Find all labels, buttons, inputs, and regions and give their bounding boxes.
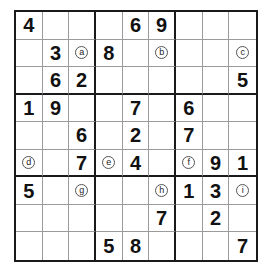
- given-digit: 5: [103, 236, 114, 256]
- given-digit: 8: [130, 236, 141, 256]
- cell-r5c6[interactable]: [149, 122, 176, 150]
- cell-r3c4[interactable]: [96, 67, 123, 95]
- cell-r1c4[interactable]: [96, 12, 123, 40]
- cell-r4c4[interactable]: [96, 95, 123, 123]
- cell-r5c5[interactable]: 2: [123, 122, 150, 150]
- cell-r1c9[interactable]: [229, 12, 256, 40]
- circled-letter-g: g: [75, 184, 88, 197]
- cell-r2c3[interactable]: a: [69, 40, 96, 68]
- cell-r5c9[interactable]: [229, 122, 256, 150]
- cell-r2c5[interactable]: [123, 40, 150, 68]
- cell-r9c7[interactable]: [176, 232, 203, 260]
- cell-r4c8[interactable]: [203, 95, 230, 123]
- given-digit: 5: [237, 70, 248, 90]
- cell-r9c9[interactable]: 7: [229, 232, 256, 260]
- cell-r7c1[interactable]: 5: [16, 177, 43, 205]
- cell-r1c6[interactable]: 9: [149, 12, 176, 40]
- cell-r3c1[interactable]: [16, 67, 43, 95]
- cell-r3c5[interactable]: [123, 67, 150, 95]
- given-digit: 5: [23, 181, 34, 201]
- cell-r4c3[interactable]: [69, 95, 96, 123]
- cell-r8c1[interactable]: [16, 205, 43, 233]
- cell-r3c2[interactable]: 6: [43, 67, 70, 95]
- cell-r8c4[interactable]: [96, 205, 123, 233]
- cell-r6c3[interactable]: 7: [69, 150, 96, 178]
- cell-r4c5[interactable]: 7: [123, 95, 150, 123]
- cell-r7c5[interactable]: [123, 177, 150, 205]
- given-digit: 7: [183, 125, 194, 145]
- cell-r5c4[interactable]: [96, 122, 123, 150]
- cell-r8c2[interactable]: [43, 205, 70, 233]
- given-digit: 4: [130, 153, 141, 173]
- cell-r9c4[interactable]: 5: [96, 232, 123, 260]
- cell-r3c6[interactable]: [149, 67, 176, 95]
- cell-r8c7[interactable]: [176, 205, 203, 233]
- cell-r2c2[interactable]: 3: [43, 40, 70, 68]
- given-digit: 7: [237, 236, 248, 256]
- cell-r9c2[interactable]: [43, 232, 70, 260]
- cell-r6c6[interactable]: [149, 150, 176, 178]
- cell-r3c3[interactable]: 2: [69, 67, 96, 95]
- given-digit: 1: [183, 181, 194, 201]
- given-digit: 6: [183, 98, 194, 118]
- cell-r8c3[interactable]: [69, 205, 96, 233]
- cell-r4c2[interactable]: 9: [43, 95, 70, 123]
- given-digit: 6: [130, 15, 141, 35]
- cell-r7c9[interactable]: i: [229, 177, 256, 205]
- cell-r5c2[interactable]: [43, 122, 70, 150]
- cell-r5c7[interactable]: 7: [176, 122, 203, 150]
- cell-r8c6[interactable]: 7: [149, 205, 176, 233]
- circled-letter-i: i: [236, 184, 249, 197]
- cell-r7c3[interactable]: g: [69, 177, 96, 205]
- cell-r6c5[interactable]: 4: [123, 150, 150, 178]
- given-digit: 9: [210, 153, 221, 173]
- cell-r3c7[interactable]: [176, 67, 203, 95]
- cell-r6c8[interactable]: 9: [203, 150, 230, 178]
- given-digit: 7: [76, 153, 87, 173]
- given-digit: 7: [130, 98, 141, 118]
- cell-r9c1[interactable]: [16, 232, 43, 260]
- cell-r6c9[interactable]: 1: [229, 150, 256, 178]
- given-digit: 8: [103, 43, 114, 63]
- given-digit: 2: [130, 125, 141, 145]
- cell-r7c4[interactable]: [96, 177, 123, 205]
- cell-r2c1[interactable]: [16, 40, 43, 68]
- given-digit: 9: [50, 98, 61, 118]
- cell-r7c2[interactable]: [43, 177, 70, 205]
- given-digit: 2: [210, 208, 221, 228]
- circled-letter-b: b: [155, 46, 168, 59]
- cell-r1c3[interactable]: [69, 12, 96, 40]
- circled-letter-f: f: [182, 156, 195, 169]
- cell-r1c5[interactable]: 6: [123, 12, 150, 40]
- cell-r4c6[interactable]: [149, 95, 176, 123]
- given-digit: 6: [50, 70, 61, 90]
- cell-r2c4[interactable]: 8: [96, 40, 123, 68]
- cell-r7c6[interactable]: h: [149, 177, 176, 205]
- given-digit: 3: [210, 181, 221, 201]
- cell-r4c1[interactable]: 1: [16, 95, 43, 123]
- cell-r9c3[interactable]: [69, 232, 96, 260]
- cell-r3c8[interactable]: [203, 67, 230, 95]
- cell-r1c8[interactable]: [203, 12, 230, 40]
- cell-r9c5[interactable]: 8: [123, 232, 150, 260]
- circled-letter-e: e: [102, 156, 115, 169]
- cell-r1c7[interactable]: [176, 12, 203, 40]
- cell-r1c1[interactable]: 4: [16, 12, 43, 40]
- cell-r5c3[interactable]: 6: [69, 122, 96, 150]
- cell-r2c9[interactable]: c: [229, 40, 256, 68]
- cell-r5c8[interactable]: [203, 122, 230, 150]
- cell-r7c7[interactable]: 1: [176, 177, 203, 205]
- cell-r2c8[interactable]: [203, 40, 230, 68]
- cell-r7c8[interactable]: 3: [203, 177, 230, 205]
- given-digit: 1: [237, 153, 248, 173]
- given-digit: 3: [50, 43, 61, 63]
- cell-r2c7[interactable]: [176, 40, 203, 68]
- cell-r2c6[interactable]: b: [149, 40, 176, 68]
- cell-r9c6[interactable]: [149, 232, 176, 260]
- given-digit: 9: [156, 15, 167, 35]
- cell-r6c2[interactable]: [43, 150, 70, 178]
- cell-r6c7[interactable]: f: [176, 150, 203, 178]
- cell-r4c9[interactable]: [229, 95, 256, 123]
- circled-letter-d: d: [22, 156, 35, 169]
- cell-r8c9[interactable]: [229, 205, 256, 233]
- cell-r6c1[interactable]: d: [16, 150, 43, 178]
- sudoku-board: 4693a8bc6251976627d7e4f915gh13i72587: [14, 10, 258, 262]
- given-digit: 4: [23, 15, 34, 35]
- given-digit: 6: [76, 125, 87, 145]
- cell-r4c7[interactable]: 6: [176, 95, 203, 123]
- given-digit: 7: [156, 208, 167, 228]
- cell-r3c9[interactable]: 5: [229, 67, 256, 95]
- cell-r5c1[interactable]: [16, 122, 43, 150]
- cell-r8c8[interactable]: 2: [203, 205, 230, 233]
- cell-r6c4[interactable]: e: [96, 150, 123, 178]
- circled-letter-c: c: [236, 46, 249, 59]
- circled-letter-a: a: [75, 46, 88, 59]
- cell-r1c2[interactable]: [43, 12, 70, 40]
- cell-r8c5[interactable]: [123, 205, 150, 233]
- cell-r9c8[interactable]: [203, 232, 230, 260]
- circled-letter-h: h: [155, 184, 168, 197]
- given-digit: 1: [23, 98, 34, 118]
- given-digit: 2: [76, 70, 87, 90]
